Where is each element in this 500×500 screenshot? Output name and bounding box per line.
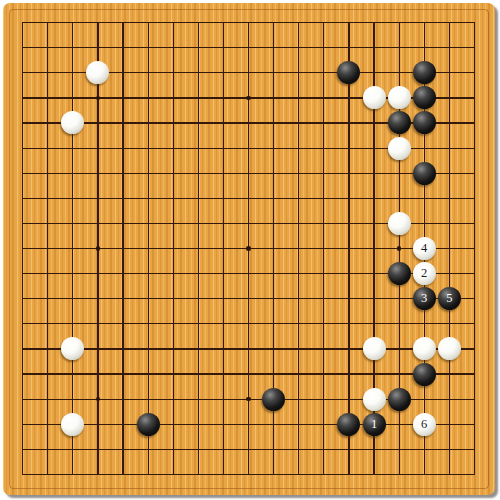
white-stone-P4 <box>363 388 386 411</box>
black-stone-L4 <box>262 388 285 411</box>
white-stone-R9-move-2: 2 <box>413 262 436 285</box>
black-stone-F3 <box>137 413 160 436</box>
white-stone-P16 <box>363 86 386 109</box>
black-stone-R13 <box>413 162 436 185</box>
black-stone-R8-move-3: 3 <box>413 287 436 310</box>
star-point <box>246 246 251 251</box>
white-stone-C3 <box>61 413 84 436</box>
white-stone-R3-move-6: 6 <box>413 413 436 436</box>
white-stone-Q16 <box>388 86 411 109</box>
black-stone-R16 <box>413 86 436 109</box>
go-board[interactable]: 426351 <box>3 3 495 495</box>
white-stone-P6 <box>363 337 386 360</box>
star-point <box>397 246 402 251</box>
white-stone-Q14 <box>388 137 411 160</box>
move-number: 1 <box>371 418 377 431</box>
star-point <box>246 96 251 101</box>
black-stone-Q15 <box>388 111 411 134</box>
star-point <box>96 246 101 251</box>
black-stone-R5 <box>413 363 436 386</box>
board-grid[interactable]: 426351 <box>10 10 487 487</box>
move-number: 2 <box>421 267 427 280</box>
move-number: 3 <box>421 292 427 305</box>
move-number: 6 <box>421 418 427 431</box>
black-stone-Q4 <box>388 388 411 411</box>
black-stone-P3-move-1: 1 <box>363 413 386 436</box>
white-stone-R6 <box>413 337 436 360</box>
white-stone-Q11 <box>388 212 411 235</box>
white-stone-R10-move-4: 4 <box>413 237 436 260</box>
black-stone-O3 <box>337 413 360 436</box>
black-stone-S8-move-5: 5 <box>438 287 461 310</box>
move-number: 5 <box>446 292 452 305</box>
star-point <box>246 397 251 402</box>
black-stone-R17 <box>413 61 436 84</box>
move-number: 4 <box>421 242 427 255</box>
black-stone-Q9 <box>388 262 411 285</box>
